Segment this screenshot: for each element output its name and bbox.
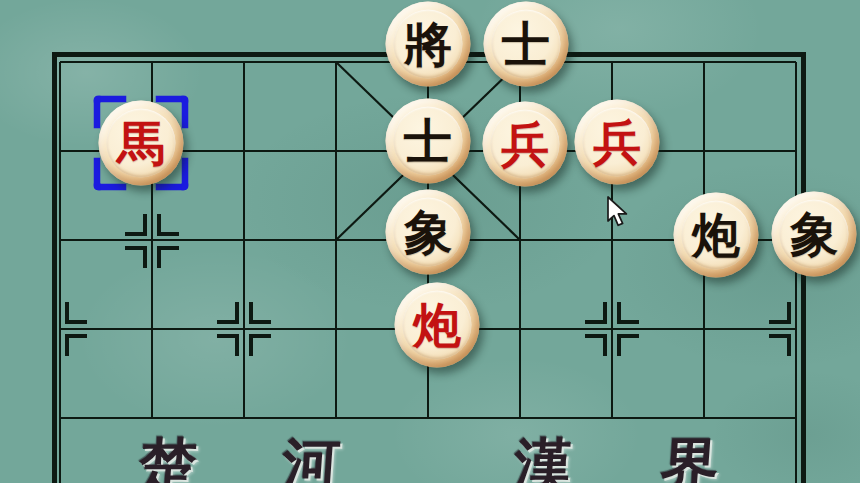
piece-black-general[interactable]: 將 xyxy=(386,2,471,87)
mouse-cursor-icon xyxy=(607,196,633,232)
xiangqi-screen: 楚河漢界 將士馬士兵兵象炮象炮 xyxy=(0,0,860,483)
piece-black-advisor-1[interactable]: 士 xyxy=(484,2,569,87)
piece-red-soldier-2[interactable]: 兵 xyxy=(575,100,660,185)
piece-red-soldier-1[interactable]: 兵 xyxy=(483,102,568,187)
piece-red-cannon[interactable]: 炮 xyxy=(395,283,480,368)
piece-glyph: 象 xyxy=(404,207,452,255)
piece-glyph: 兵 xyxy=(501,119,549,167)
piece-black-elephant-2[interactable]: 象 xyxy=(772,192,857,277)
piece-glyph: 將 xyxy=(404,19,452,67)
piece-glyph: 象 xyxy=(790,209,838,257)
piece-black-cannon[interactable]: 炮 xyxy=(674,193,759,278)
river-char-0: 楚 xyxy=(137,436,199,483)
piece-black-elephant-1[interactable]: 象 xyxy=(386,190,471,275)
piece-black-advisor-2[interactable]: 士 xyxy=(386,99,471,184)
river-char-3: 界 xyxy=(659,436,721,483)
river-char-2: 漢 xyxy=(512,436,574,483)
piece-glyph: 馬 xyxy=(117,118,165,166)
piece-red-horse[interactable]: 馬 xyxy=(99,101,184,186)
piece-glyph: 兵 xyxy=(593,117,641,165)
piece-glyph: 士 xyxy=(502,19,550,67)
piece-glyph: 士 xyxy=(404,116,452,164)
river-char-1: 河 xyxy=(280,436,342,483)
piece-glyph: 炮 xyxy=(692,210,740,258)
piece-glyph: 炮 xyxy=(413,300,461,348)
